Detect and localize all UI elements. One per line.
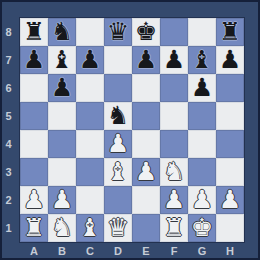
square-f2[interactable]: ♟ — [160, 186, 188, 214]
piece-white-pawn: ♟ — [219, 186, 241, 214]
file-label-a: A — [20, 244, 48, 258]
piece-white-bishop: ♝ — [79, 214, 101, 242]
file-label-g: G — [188, 244, 216, 258]
piece-white-knight: ♞ — [163, 158, 185, 186]
square-h2[interactable]: ♟ — [216, 186, 244, 214]
square-a3[interactable] — [20, 158, 48, 186]
rank-label-7: 7 — [0, 46, 17, 74]
piece-black-queen: ♛ — [107, 18, 129, 46]
square-c8[interactable] — [76, 18, 104, 46]
piece-white-pawn: ♟ — [135, 158, 157, 186]
piece-black-pawn: ♟ — [191, 74, 213, 102]
piece-white-pawn: ♟ — [163, 186, 185, 214]
piece-white-knight: ♞ — [51, 214, 73, 242]
square-b5[interactable] — [48, 102, 76, 130]
rank-label-1: 1 — [0, 214, 17, 242]
rank-label-2: 2 — [0, 186, 17, 214]
chess-diagram: ♜♞♛♚♜♟♝♟♟♟♝♟♟♟♞♟♝♟♞♟♟♟♟♟♜♞♝♛♜♚ 87654321 … — [0, 0, 260, 260]
piece-white-pawn: ♟ — [191, 186, 213, 214]
square-e7[interactable]: ♟ — [132, 46, 160, 74]
piece-black-rook: ♜ — [23, 18, 45, 46]
square-e6[interactable] — [132, 74, 160, 102]
file-label-f: F — [160, 244, 188, 258]
square-b8[interactable]: ♞ — [48, 18, 76, 46]
piece-white-king: ♚ — [191, 214, 213, 242]
square-e4[interactable] — [132, 130, 160, 158]
square-h1[interactable] — [216, 214, 244, 242]
piece-white-queen: ♛ — [107, 214, 129, 242]
square-f6[interactable] — [160, 74, 188, 102]
square-d4[interactable]: ♟ — [104, 130, 132, 158]
file-label-b: B — [48, 244, 76, 258]
square-h7[interactable]: ♟ — [216, 46, 244, 74]
square-e3[interactable]: ♟ — [132, 158, 160, 186]
square-a8[interactable]: ♜ — [20, 18, 48, 46]
piece-black-bishop: ♝ — [191, 46, 213, 74]
file-label-h: H — [216, 244, 244, 258]
square-c2[interactable] — [76, 186, 104, 214]
square-c1[interactable]: ♝ — [76, 214, 104, 242]
square-b7[interactable]: ♝ — [48, 46, 76, 74]
piece-black-pawn: ♟ — [79, 46, 101, 74]
square-d7[interactable] — [104, 46, 132, 74]
square-d3[interactable]: ♝ — [104, 158, 132, 186]
file-label-e: E — [132, 244, 160, 258]
square-c3[interactable] — [76, 158, 104, 186]
square-g6[interactable]: ♟ — [188, 74, 216, 102]
square-e2[interactable] — [132, 186, 160, 214]
piece-black-pawn: ♟ — [219, 46, 241, 74]
rank-label-3: 3 — [0, 158, 17, 186]
square-f3[interactable]: ♞ — [160, 158, 188, 186]
square-e5[interactable] — [132, 102, 160, 130]
square-c5[interactable] — [76, 102, 104, 130]
square-b1[interactable]: ♞ — [48, 214, 76, 242]
square-a1[interactable]: ♜ — [20, 214, 48, 242]
square-c4[interactable] — [76, 130, 104, 158]
chess-board: ♜♞♛♚♜♟♝♟♟♟♝♟♟♟♞♟♝♟♞♟♟♟♟♟♜♞♝♛♜♚ — [19, 17, 245, 243]
piece-black-pawn: ♟ — [163, 46, 185, 74]
square-e1[interactable] — [132, 214, 160, 242]
piece-black-rook: ♜ — [219, 18, 241, 46]
piece-black-knight: ♞ — [107, 102, 129, 130]
square-g2[interactable]: ♟ — [188, 186, 216, 214]
piece-black-king: ♚ — [135, 18, 157, 46]
rank-label-5: 5 — [0, 102, 17, 130]
rank-label-8: 8 — [0, 18, 17, 46]
piece-black-pawn: ♟ — [135, 46, 157, 74]
piece-white-rook: ♜ — [163, 214, 185, 242]
square-g7[interactable]: ♝ — [188, 46, 216, 74]
piece-black-knight: ♞ — [51, 18, 73, 46]
square-f4[interactable] — [160, 130, 188, 158]
square-a4[interactable] — [20, 130, 48, 158]
file-label-d: D — [104, 244, 132, 258]
square-g4[interactable] — [188, 130, 216, 158]
square-b6[interactable]: ♟ — [48, 74, 76, 102]
square-f7[interactable]: ♟ — [160, 46, 188, 74]
square-g3[interactable] — [188, 158, 216, 186]
square-d8[interactable]: ♛ — [104, 18, 132, 46]
square-a6[interactable] — [20, 74, 48, 102]
square-a5[interactable] — [20, 102, 48, 130]
rank-label-4: 4 — [0, 130, 17, 158]
piece-black-pawn: ♟ — [51, 74, 73, 102]
square-g5[interactable] — [188, 102, 216, 130]
square-b4[interactable] — [48, 130, 76, 158]
square-g8[interactable] — [188, 18, 216, 46]
square-d2[interactable] — [104, 186, 132, 214]
piece-black-bishop: ♝ — [51, 46, 73, 74]
rank-label-6: 6 — [0, 74, 17, 102]
square-h5[interactable] — [216, 102, 244, 130]
square-b2[interactable]: ♟ — [48, 186, 76, 214]
piece-white-rook: ♜ — [23, 214, 45, 242]
piece-white-pawn: ♟ — [107, 130, 129, 158]
square-d5[interactable]: ♞ — [104, 102, 132, 130]
square-h8[interactable]: ♜ — [216, 18, 244, 46]
piece-black-pawn: ♟ — [23, 46, 45, 74]
square-c6[interactable] — [76, 74, 104, 102]
square-f5[interactable] — [160, 102, 188, 130]
piece-white-pawn: ♟ — [51, 186, 73, 214]
square-b3[interactable] — [48, 158, 76, 186]
square-d1[interactable]: ♛ — [104, 214, 132, 242]
square-h3[interactable] — [216, 158, 244, 186]
square-h6[interactable] — [216, 74, 244, 102]
square-g1[interactable]: ♚ — [188, 214, 216, 242]
piece-white-pawn: ♟ — [23, 186, 45, 214]
square-a7[interactable]: ♟ — [20, 46, 48, 74]
square-h4[interactable] — [216, 130, 244, 158]
square-e8[interactable]: ♚ — [132, 18, 160, 46]
square-f1[interactable]: ♜ — [160, 214, 188, 242]
piece-white-bishop: ♝ — [107, 158, 129, 186]
square-a2[interactable]: ♟ — [20, 186, 48, 214]
file-label-c: C — [76, 244, 104, 258]
square-d6[interactable] — [104, 74, 132, 102]
square-f8[interactable] — [160, 18, 188, 46]
square-c7[interactable]: ♟ — [76, 46, 104, 74]
